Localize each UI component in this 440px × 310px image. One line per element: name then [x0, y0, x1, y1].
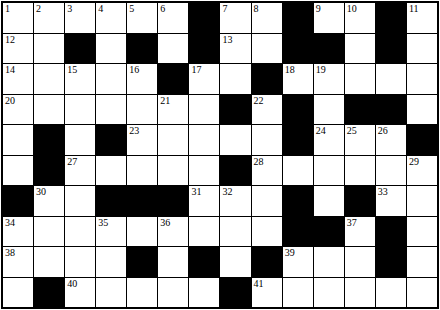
clue-number-18: 18 [285, 64, 295, 75]
cell-r10c6[interactable] [158, 278, 188, 308]
cell-r7c11[interactable] [314, 186, 344, 216]
cell-r8c14[interactable] [407, 217, 437, 247]
black-cell-r8c10 [283, 217, 313, 247]
cell-r9c12[interactable] [345, 247, 375, 277]
cell-r7c7[interactable]: 31 [189, 186, 219, 216]
black-cell-r5c4 [96, 125, 126, 155]
clue-number-28: 28 [254, 156, 264, 167]
cell-r8c3[interactable] [65, 217, 95, 247]
cell-r2c4[interactable] [96, 34, 126, 64]
cell-r6c14[interactable]: 29 [407, 156, 437, 186]
black-cell-r4c13 [376, 95, 406, 125]
cell-r6c5[interactable] [127, 156, 157, 186]
cell-r5c6[interactable] [158, 125, 188, 155]
black-cell-r5c14 [407, 125, 437, 155]
cell-r7c3[interactable] [65, 186, 95, 216]
cell-r10c9[interactable]: 41 [252, 278, 282, 308]
black-cell-r7c6 [158, 186, 188, 216]
cell-r4c6[interactable]: 21 [158, 95, 188, 125]
cell-r10c5[interactable] [127, 278, 157, 308]
cell-r6c9[interactable]: 28 [252, 156, 282, 186]
cell-r8c8[interactable] [220, 217, 250, 247]
black-cell-r2c7 [189, 34, 219, 64]
clue-number-2: 2 [36, 3, 41, 14]
cell-r5c3[interactable] [65, 125, 95, 155]
cell-r8c5[interactable] [127, 217, 157, 247]
cell-r6c3[interactable]: 27 [65, 156, 95, 186]
cell-r1c2[interactable]: 2 [34, 3, 64, 33]
clue-number-30: 30 [36, 186, 46, 197]
cell-r2c9[interactable] [252, 34, 282, 64]
black-cell-r1c7 [189, 3, 219, 33]
cell-r10c12[interactable] [345, 278, 375, 308]
cell-r4c5[interactable] [127, 95, 157, 125]
cell-r10c10[interactable] [283, 278, 313, 308]
clue-number-21: 21 [160, 95, 170, 106]
clue-number-38: 38 [5, 247, 15, 258]
black-cell-r9c5 [127, 247, 157, 277]
black-cell-r2c11 [314, 34, 344, 64]
cell-r9c6[interactable] [158, 247, 188, 277]
black-cell-r4c8 [220, 95, 250, 125]
clue-number-25: 25 [347, 125, 357, 136]
black-cell-r2c13 [376, 34, 406, 64]
clue-number-17: 17 [191, 64, 201, 75]
black-cell-r4c12 [345, 95, 375, 125]
cell-r6c10[interactable] [283, 156, 313, 186]
cell-r4c3[interactable] [65, 95, 95, 125]
clue-number-27: 27 [67, 156, 77, 167]
clue-number-10: 10 [347, 3, 357, 14]
cell-r9c11[interactable] [314, 247, 344, 277]
cell-r5c1[interactable] [3, 125, 33, 155]
cell-r7c14[interactable] [407, 186, 437, 216]
clue-number-29: 29 [409, 156, 419, 167]
black-cell-r7c5 [127, 186, 157, 216]
cell-r10c14[interactable] [407, 278, 437, 308]
cell-r7c13[interactable]: 33 [376, 186, 406, 216]
cell-r2c6[interactable] [158, 34, 188, 64]
cell-r8c2[interactable] [34, 217, 64, 247]
clue-number-1: 1 [5, 3, 10, 14]
clue-number-20: 20 [5, 95, 15, 106]
black-cell-r9c13 [376, 247, 406, 277]
black-cell-r7c4 [96, 186, 126, 216]
black-cell-r6c8 [220, 156, 250, 186]
black-cell-r4c10 [283, 95, 313, 125]
cell-r4c9[interactable]: 22 [252, 95, 282, 125]
cell-r4c7[interactable] [189, 95, 219, 125]
cell-r3c3[interactable]: 15 [65, 64, 95, 94]
black-cell-r9c9 [252, 247, 282, 277]
black-cell-r10c8 [220, 278, 250, 308]
cell-r9c10[interactable]: 39 [283, 247, 313, 277]
cell-r5c7[interactable] [189, 125, 219, 155]
clue-number-13: 13 [222, 34, 232, 45]
black-cell-r9c7 [189, 247, 219, 277]
cell-r6c1[interactable] [3, 156, 33, 186]
black-cell-r8c13 [376, 217, 406, 247]
cell-r10c7[interactable] [189, 278, 219, 308]
clue-number-11: 11 [409, 3, 419, 14]
cell-r6c7[interactable] [189, 156, 219, 186]
cell-r7c9[interactable] [252, 186, 282, 216]
cell-r4c11[interactable] [314, 95, 344, 125]
clue-number-26: 26 [378, 125, 388, 136]
clue-number-14: 14 [5, 64, 15, 75]
cell-r9c8[interactable] [220, 247, 250, 277]
black-cell-r1c13 [376, 3, 406, 33]
cell-r8c1[interactable]: 34 [3, 217, 33, 247]
cell-r5c13[interactable]: 26 [376, 125, 406, 155]
cell-r3c11[interactable]: 19 [314, 64, 344, 94]
clue-number-4: 4 [98, 3, 103, 14]
cell-r5c11[interactable]: 24 [314, 125, 344, 155]
cell-r5c8[interactable] [220, 125, 250, 155]
clue-number-6: 6 [160, 3, 165, 14]
cell-r5c5[interactable]: 23 [127, 125, 157, 155]
cell-r6c4[interactable] [96, 156, 126, 186]
cell-r8c9[interactable] [252, 217, 282, 247]
clue-number-24: 24 [316, 125, 326, 136]
clue-number-40: 40 [67, 278, 77, 289]
cell-r1c12[interactable]: 10 [345, 3, 375, 33]
cell-r2c8[interactable]: 13 [220, 34, 250, 64]
cell-r6c6[interactable] [158, 156, 188, 186]
clue-number-31: 31 [191, 186, 201, 197]
black-cell-r7c1 [3, 186, 33, 216]
cell-r5c9[interactable] [252, 125, 282, 155]
black-cell-r3c9 [252, 64, 282, 94]
clue-number-16: 16 [129, 64, 139, 75]
cell-r10c13[interactable] [376, 278, 406, 308]
cell-r9c4[interactable] [96, 247, 126, 277]
clue-number-7: 7 [222, 3, 227, 14]
cell-r1c4[interactable]: 4 [96, 3, 126, 33]
cell-r1c9[interactable]: 8 [252, 3, 282, 33]
clue-number-35: 35 [98, 217, 108, 228]
cell-r2c14[interactable] [407, 34, 437, 64]
cell-r2c2[interactable] [34, 34, 64, 64]
black-cell-r6c2 [34, 156, 64, 186]
clue-number-15: 15 [67, 64, 77, 75]
cell-r3c13[interactable] [376, 64, 406, 94]
cell-r8c12[interactable]: 37 [345, 217, 375, 247]
cell-r7c8[interactable]: 32 [220, 186, 250, 216]
cell-r3c5[interactable]: 16 [127, 64, 157, 94]
cell-r6c11[interactable] [314, 156, 344, 186]
black-cell-r2c5 [127, 34, 157, 64]
clue-number-9: 9 [316, 3, 321, 14]
cell-r10c4[interactable] [96, 278, 126, 308]
cell-r9c1[interactable]: 38 [3, 247, 33, 277]
clue-number-32: 32 [222, 186, 232, 197]
cell-r3c10[interactable]: 18 [283, 64, 313, 94]
black-cell-r5c2 [34, 125, 64, 155]
cell-r9c2[interactable] [34, 247, 64, 277]
clue-number-8: 8 [254, 3, 259, 14]
cell-r1c14[interactable]: 11 [407, 3, 437, 33]
clue-number-36: 36 [160, 217, 170, 228]
cell-r1c11[interactable]: 9 [314, 3, 344, 33]
cell-r3c12[interactable] [345, 64, 375, 94]
cell-r10c3[interactable]: 40 [65, 278, 95, 308]
cell-r10c11[interactable] [314, 278, 344, 308]
cell-r1c1[interactable]: 1 [3, 3, 33, 33]
black-cell-r8c11 [314, 217, 344, 247]
black-cell-r7c12 [345, 186, 375, 216]
clue-number-34: 34 [5, 217, 15, 228]
cell-r3c2[interactable] [34, 64, 64, 94]
black-cell-r10c2 [34, 278, 64, 308]
cell-r1c5[interactable]: 5 [127, 3, 157, 33]
clue-number-22: 22 [254, 95, 264, 106]
cell-r1c6[interactable]: 6 [158, 3, 188, 33]
cell-r1c3[interactable]: 3 [65, 3, 95, 33]
cell-r4c1[interactable]: 20 [3, 95, 33, 125]
cell-r9c14[interactable] [407, 247, 437, 277]
cell-r2c12[interactable] [345, 34, 375, 64]
cell-r3c4[interactable] [96, 64, 126, 94]
clue-number-23: 23 [129, 125, 139, 136]
cell-r8c4[interactable]: 35 [96, 217, 126, 247]
black-cell-r3c6 [158, 64, 188, 94]
cell-r6c12[interactable] [345, 156, 375, 186]
crossword-grid: 1234567891011121314151617181920212223242… [1, 1, 439, 309]
black-cell-r1c10 [283, 3, 313, 33]
cell-r3c8[interactable] [220, 64, 250, 94]
cell-r8c6[interactable]: 36 [158, 217, 188, 247]
clue-number-12: 12 [5, 34, 15, 45]
clue-number-5: 5 [129, 3, 134, 14]
cell-r10c1[interactable] [3, 278, 33, 308]
cell-r1c8[interactable]: 7 [220, 3, 250, 33]
cell-r4c14[interactable] [407, 95, 437, 125]
cell-r4c2[interactable] [34, 95, 64, 125]
cell-r5c12[interactable]: 25 [345, 125, 375, 155]
cell-r6c13[interactable] [376, 156, 406, 186]
cell-r9c3[interactable] [65, 247, 95, 277]
cell-r3c14[interactable] [407, 64, 437, 94]
cell-r7c2[interactable]: 30 [34, 186, 64, 216]
clue-number-41: 41 [254, 278, 264, 289]
clue-number-3: 3 [67, 3, 72, 14]
black-cell-r2c3 [65, 34, 95, 64]
black-cell-r2c10 [283, 34, 313, 64]
clue-number-37: 37 [347, 217, 357, 228]
clue-number-33: 33 [378, 186, 388, 197]
cell-r8c7[interactable] [189, 217, 219, 247]
clue-number-39: 39 [285, 247, 295, 258]
cell-r2c1[interactable]: 12 [3, 34, 33, 64]
black-cell-r7c10 [283, 186, 313, 216]
cell-r3c1[interactable]: 14 [3, 64, 33, 94]
clue-number-19: 19 [316, 64, 326, 75]
cell-r3c7[interactable]: 17 [189, 64, 219, 94]
black-cell-r5c10 [283, 125, 313, 155]
cell-r4c4[interactable] [96, 95, 126, 125]
